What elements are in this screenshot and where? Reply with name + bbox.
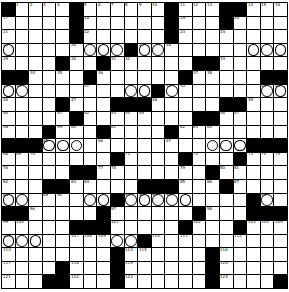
- cell-r1c12[interactable]: 10: [152, 3, 165, 16]
- cell-r20c15[interactable]: [193, 262, 206, 275]
- cell-r3c19[interactable]: [247, 30, 260, 43]
- cell-r19c12[interactable]: [152, 248, 165, 261]
- cell-r19c18[interactable]: [234, 248, 247, 261]
- cell-r10c2[interactable]: [16, 126, 29, 139]
- cell-r4c15[interactable]: [193, 44, 206, 57]
- cell-r7c9[interactable]: [111, 85, 124, 98]
- cell-r13c19[interactable]: [247, 166, 260, 179]
- cell-r9c21[interactable]: [274, 112, 287, 125]
- cell-r9c8[interactable]: [97, 112, 110, 125]
- cell-r17c13[interactable]: [165, 221, 178, 234]
- cell-r18c4[interactable]: [43, 235, 56, 248]
- cell-r14c14[interactable]: 85: [179, 180, 192, 193]
- cell-r5c4[interactable]: [43, 57, 56, 70]
- cell-r13c4[interactable]: [43, 166, 56, 179]
- cell-r13c10[interactable]: [125, 166, 138, 179]
- cell-r16c4[interactable]: [43, 207, 56, 220]
- cell-r12c5[interactable]: [56, 153, 69, 166]
- cell-r8c19[interactable]: 49: [247, 98, 260, 111]
- cell-r9c14[interactable]: [179, 112, 192, 125]
- cell-r18c18[interactable]: 112: [234, 235, 247, 248]
- cell-r1c21[interactable]: 16: [274, 3, 287, 16]
- cell-r16c13[interactable]: [165, 207, 178, 220]
- cell-r20c4[interactable]: [43, 262, 56, 275]
- cell-r18c14[interactable]: 111: [179, 235, 192, 248]
- cell-r4c2[interactable]: [16, 44, 29, 57]
- cell-r1c11[interactable]: 9: [138, 3, 151, 16]
- cell-r12c6[interactable]: [70, 153, 83, 166]
- cell-r20c17[interactable]: 120: [220, 262, 233, 275]
- cell-r3c8[interactable]: [97, 30, 110, 43]
- cell-r15c3[interactable]: [29, 194, 42, 207]
- cell-r19c17[interactable]: 116: [220, 248, 233, 261]
- cell-r12c20[interactable]: 74: [261, 153, 274, 166]
- cell-r7c6[interactable]: [70, 85, 83, 98]
- cell-r3c2[interactable]: [16, 30, 29, 43]
- cell-r1c7[interactable]: 5: [84, 3, 97, 16]
- cell-r9c10[interactable]: 54: [125, 112, 138, 125]
- cell-r6c11[interactable]: [138, 71, 151, 84]
- cell-r3c14[interactable]: 23: [179, 30, 192, 43]
- cell-r2c10[interactable]: [125, 17, 138, 30]
- cell-r4c16[interactable]: [206, 44, 219, 57]
- cell-r8c21[interactable]: [274, 98, 287, 111]
- cell-r19c6[interactable]: [70, 248, 83, 261]
- cell-r4c1[interactable]: 25: [2, 44, 15, 57]
- cell-r7c20[interactable]: 44: [261, 85, 274, 98]
- cell-r18c12[interactable]: 110: [152, 235, 165, 248]
- cell-r14c10[interactable]: [125, 180, 138, 193]
- cell-r15c15[interactable]: [193, 194, 206, 207]
- cell-r21c19[interactable]: [247, 275, 260, 288]
- cell-r2c18[interactable]: 20: [234, 17, 247, 30]
- cell-r21c7[interactable]: [84, 275, 97, 288]
- cell-r20c8[interactable]: [97, 262, 110, 275]
- cell-r10c21[interactable]: [274, 126, 287, 139]
- cell-r10c20[interactable]: [261, 126, 274, 139]
- cell-r11c17[interactable]: [220, 139, 233, 152]
- cell-r2c7[interactable]: 18: [84, 17, 97, 30]
- cell-r21c17[interactable]: 124: [220, 275, 233, 288]
- cell-r1c8[interactable]: 6: [97, 3, 110, 16]
- cell-r17c5[interactable]: [56, 221, 69, 234]
- cell-r19c10[interactable]: 114: [125, 248, 138, 261]
- cell-r5c2[interactable]: [16, 57, 29, 70]
- cell-r7c7[interactable]: 41: [84, 85, 97, 98]
- cell-r12c12[interactable]: [152, 153, 165, 166]
- cell-r9c13[interactable]: [165, 112, 178, 125]
- cell-r14c2[interactable]: [16, 180, 29, 193]
- cell-r8c20[interactable]: [261, 98, 274, 111]
- cell-r20c3[interactable]: [29, 262, 42, 275]
- cell-r6c17[interactable]: [220, 71, 233, 84]
- cell-r5c3[interactable]: [29, 57, 42, 70]
- cell-r18c7[interactable]: 108: [84, 235, 97, 248]
- cell-r21c12[interactable]: [152, 275, 165, 288]
- cell-r1c16[interactable]: 13: [206, 3, 219, 16]
- cell-r17c3[interactable]: [29, 221, 42, 234]
- cell-r18c1[interactable]: 106: [2, 235, 15, 248]
- cell-r4c19[interactable]: [247, 44, 260, 57]
- cell-r7c14[interactable]: 43: [179, 85, 192, 98]
- cell-r6c9[interactable]: [111, 71, 124, 84]
- cell-r15c14[interactable]: [179, 194, 192, 207]
- cell-r13c20[interactable]: [261, 166, 274, 179]
- cell-r4c4[interactable]: [43, 44, 56, 57]
- cell-r11c9[interactable]: [111, 139, 124, 152]
- cell-r10c10[interactable]: [125, 126, 138, 139]
- cell-r19c5[interactable]: [56, 248, 69, 261]
- cell-r20c14[interactable]: [179, 262, 192, 275]
- cell-r17c17[interactable]: [220, 221, 233, 234]
- cell-r7c5[interactable]: [56, 85, 69, 98]
- cell-r15c13[interactable]: 94: [165, 194, 178, 207]
- cell-r20c2[interactable]: [16, 262, 29, 275]
- cell-r1c19[interactable]: 14: [247, 3, 260, 16]
- cell-r6c15[interactable]: 37: [193, 71, 206, 84]
- cell-r3c4[interactable]: [43, 30, 56, 43]
- cell-r4c14[interactable]: [179, 44, 192, 57]
- cell-r21c14[interactable]: [179, 275, 192, 288]
- cell-r9c1[interactable]: 50: [2, 112, 15, 125]
- cell-r18c9[interactable]: [111, 235, 124, 248]
- cell-r10c12[interactable]: [152, 126, 165, 139]
- cell-r4c6[interactable]: 26: [70, 44, 83, 57]
- cell-r9c19[interactable]: [247, 112, 260, 125]
- cell-r10c16[interactable]: 64: [206, 126, 219, 139]
- cell-r16c7[interactable]: [84, 207, 97, 220]
- cell-r19c20[interactable]: [261, 248, 274, 261]
- cell-r17c9[interactable]: 101: [111, 221, 124, 234]
- cell-r19c14[interactable]: [179, 248, 192, 261]
- cell-r4c12[interactable]: [152, 44, 165, 57]
- cell-r12c17[interactable]: [220, 153, 233, 166]
- cell-r12c19[interactable]: 73: [247, 153, 260, 166]
- cell-r11c6[interactable]: [70, 139, 83, 152]
- cell-r14c20[interactable]: [261, 180, 274, 193]
- cell-r7c8[interactable]: [97, 85, 110, 98]
- cell-r15c11[interactable]: 92: [138, 194, 151, 207]
- cell-r19c2[interactable]: [16, 248, 29, 261]
- cell-r13c5[interactable]: [56, 166, 69, 179]
- cell-r2c5[interactable]: [56, 17, 69, 30]
- cell-r6c18[interactable]: [234, 71, 247, 84]
- cell-r4c3[interactable]: [29, 44, 42, 57]
- cell-r19c19[interactable]: [247, 248, 260, 261]
- cell-r9c7[interactable]: 52: [84, 112, 97, 125]
- cell-r12c21[interactable]: 75: [274, 153, 287, 166]
- cell-r17c2[interactable]: 100: [16, 221, 29, 234]
- cell-r15c20[interactable]: 95: [261, 194, 274, 207]
- cell-r10c15[interactable]: 63: [193, 126, 206, 139]
- cell-r5c18[interactable]: [234, 57, 247, 70]
- cell-r7c16[interactable]: [206, 85, 219, 98]
- cell-r4c8[interactable]: [97, 44, 110, 57]
- cell-r20c11[interactable]: [138, 262, 151, 275]
- cell-r20c20[interactable]: [261, 262, 274, 275]
- cell-r9c3[interactable]: [29, 112, 42, 125]
- cell-r10c14[interactable]: 62: [179, 126, 192, 139]
- cell-r21c6[interactable]: 122: [70, 275, 83, 288]
- cell-r1c5[interactable]: 4: [56, 3, 69, 16]
- cell-r1c3[interactable]: 2: [29, 3, 42, 16]
- cell-r3c11[interactable]: [138, 30, 151, 43]
- cell-r3c7[interactable]: 22: [84, 30, 97, 43]
- cell-r8c13[interactable]: [165, 98, 178, 111]
- cell-r20c19[interactable]: [247, 262, 260, 275]
- cell-r7c17[interactable]: [220, 85, 233, 98]
- cell-r20c7[interactable]: [84, 262, 97, 275]
- cell-r21c20[interactable]: [261, 275, 274, 288]
- cell-r3c12[interactable]: [152, 30, 165, 43]
- cell-r11c13[interactable]: 67: [165, 139, 178, 152]
- cell-r13c18[interactable]: 81: [234, 166, 247, 179]
- cell-r15c7[interactable]: [84, 194, 97, 207]
- cell-r11c7[interactable]: [84, 139, 97, 152]
- cell-r9c4[interactable]: [43, 112, 56, 125]
- cell-r4c5[interactable]: [56, 44, 69, 57]
- cell-r2c9[interactable]: [111, 17, 124, 30]
- cell-r4c11[interactable]: 27: [138, 44, 151, 57]
- cell-r16c17[interactable]: [220, 207, 233, 220]
- cell-r6c10[interactable]: [125, 71, 138, 84]
- cell-r8c1[interactable]: 46: [2, 98, 15, 111]
- cell-r4c9[interactable]: [111, 44, 124, 57]
- cell-r20c10[interactable]: 119: [125, 262, 138, 275]
- cell-r6c4[interactable]: [43, 71, 56, 84]
- cell-r15c18[interactable]: [234, 194, 247, 207]
- cell-r8c7[interactable]: [84, 98, 97, 111]
- cell-r2c2[interactable]: [16, 17, 29, 30]
- cell-r9c2[interactable]: [16, 112, 29, 125]
- cell-r6c8[interactable]: 36: [97, 71, 110, 84]
- cell-r17c20[interactable]: 104: [261, 221, 274, 234]
- cell-r10c1[interactable]: 58: [2, 126, 15, 139]
- cell-r3c21[interactable]: [274, 30, 287, 43]
- cell-r6c3[interactable]: 34: [29, 71, 42, 84]
- cell-r12c2[interactable]: 69: [16, 153, 29, 166]
- cell-r12c10[interactable]: 71: [125, 153, 138, 166]
- cell-r10c11[interactable]: [138, 126, 151, 139]
- cell-r21c8[interactable]: [97, 275, 110, 288]
- cell-r9c20[interactable]: [261, 112, 274, 125]
- cell-r16c6[interactable]: [70, 207, 83, 220]
- cell-r3c18[interactable]: [234, 30, 247, 43]
- cell-r7c1[interactable]: 39: [2, 85, 15, 98]
- cell-r21c1[interactable]: 121: [2, 275, 15, 288]
- cell-r8c14[interactable]: [179, 98, 192, 111]
- cell-r2c11[interactable]: [138, 17, 151, 30]
- cell-r11c16[interactable]: [206, 139, 219, 152]
- cell-r20c21[interactable]: [274, 262, 287, 275]
- cell-r1c10[interactable]: 8: [125, 3, 138, 16]
- cell-r5c17[interactable]: 33: [220, 57, 233, 70]
- cell-r9c9[interactable]: 53: [111, 112, 124, 125]
- cell-r11c12[interactable]: [152, 139, 165, 152]
- cell-r12c3[interactable]: 70: [29, 153, 42, 166]
- cell-r18c15[interactable]: [193, 235, 206, 248]
- cell-r15c21[interactable]: [274, 194, 287, 207]
- cell-r3c1[interactable]: 21: [2, 30, 15, 43]
- cell-r6c13[interactable]: [165, 71, 178, 84]
- cell-r18c13[interactable]: [165, 235, 178, 248]
- cell-r15c4[interactable]: 89: [43, 194, 56, 207]
- cell-r14c21[interactable]: [274, 180, 287, 193]
- cell-r12c7[interactable]: [84, 153, 97, 166]
- cell-r5c7[interactable]: [84, 57, 97, 70]
- cell-r2c19[interactable]: [247, 17, 260, 30]
- cell-r16c5[interactable]: [56, 207, 69, 220]
- cell-r7c21[interactable]: 45: [274, 85, 287, 98]
- cell-r11c14[interactable]: [179, 139, 192, 152]
- cell-r1c4[interactable]: 3: [43, 3, 56, 16]
- cell-r11c10[interactable]: [125, 139, 138, 152]
- cell-r14c18[interactable]: 87: [234, 180, 247, 193]
- cell-r5c20[interactable]: [261, 57, 274, 70]
- cell-r11c15[interactable]: [193, 139, 206, 152]
- cell-r6c12[interactable]: [152, 71, 165, 84]
- cell-r18c16[interactable]: [206, 235, 219, 248]
- cell-r10c6[interactable]: 60: [70, 126, 83, 139]
- cell-r20c6[interactable]: 118: [70, 262, 83, 275]
- cell-r16c3[interactable]: 96: [29, 207, 42, 220]
- cell-r18c8[interactable]: 109: [97, 235, 110, 248]
- cell-r2c8[interactable]: [97, 17, 110, 30]
- cell-r15c6[interactable]: [70, 194, 83, 207]
- cell-r17c12[interactable]: [152, 221, 165, 234]
- cell-r2c16[interactable]: [206, 17, 219, 30]
- cell-r18c6[interactable]: 107: [70, 235, 83, 248]
- cell-r2c21[interactable]: [274, 17, 287, 30]
- cell-r16c12[interactable]: [152, 207, 165, 220]
- cell-r19c21[interactable]: [274, 248, 287, 261]
- cell-r15c17[interactable]: [220, 194, 233, 207]
- cell-r18c19[interactable]: [247, 235, 260, 248]
- cell-r5c19[interactable]: [247, 57, 260, 70]
- cell-r14c3[interactable]: [29, 180, 42, 193]
- cell-r21c18[interactable]: [234, 275, 247, 288]
- cell-r1c2[interactable]: 1: [16, 3, 29, 16]
- cell-r13c15[interactable]: [193, 166, 206, 179]
- cell-r17c19[interactable]: 103: [247, 221, 260, 234]
- cell-r13c17[interactable]: 80: [220, 166, 233, 179]
- cell-r2c4[interactable]: [43, 17, 56, 30]
- cell-r7c18[interactable]: [234, 85, 247, 98]
- cell-r7c2[interactable]: 40: [16, 85, 29, 98]
- cell-r8c12[interactable]: 48: [152, 98, 165, 111]
- cell-r13c12[interactable]: [152, 166, 165, 179]
- cell-r1c20[interactable]: 15: [261, 3, 274, 16]
- cell-r18c20[interactable]: [261, 235, 274, 248]
- cell-r13c13[interactable]: [165, 166, 178, 179]
- cell-r4c13[interactable]: 28: [165, 44, 178, 57]
- cell-r15c2[interactable]: [16, 194, 29, 207]
- cell-r8c16[interactable]: [206, 98, 219, 111]
- cell-r16c10[interactable]: [125, 207, 138, 220]
- cell-r7c10[interactable]: [125, 85, 138, 98]
- cell-r21c13[interactable]: [165, 275, 178, 288]
- cell-r10c7[interactable]: [84, 126, 97, 139]
- cell-r21c3[interactable]: [29, 275, 42, 288]
- cell-r5c10[interactable]: 32: [125, 57, 138, 70]
- cell-r13c1[interactable]: 76: [2, 166, 15, 179]
- cell-r20c13[interactable]: [165, 262, 178, 275]
- cell-r13c9[interactable]: 78: [111, 166, 124, 179]
- cell-r12c13[interactable]: [165, 153, 178, 166]
- cell-r3c17[interactable]: 24: [220, 30, 233, 43]
- cell-r17c15[interactable]: 102: [193, 221, 206, 234]
- cell-r7c19[interactable]: [247, 85, 260, 98]
- cell-r14c9[interactable]: [111, 180, 124, 193]
- cell-r7c4[interactable]: [43, 85, 56, 98]
- cell-r13c21[interactable]: [274, 166, 287, 179]
- cell-r3c3[interactable]: [29, 30, 42, 43]
- cell-r8c4[interactable]: [43, 98, 56, 111]
- cell-r21c10[interactable]: 123: [125, 275, 138, 288]
- cell-r5c1[interactable]: 29: [2, 57, 15, 70]
- cell-r21c15[interactable]: [193, 275, 206, 288]
- cell-r19c4[interactable]: [43, 248, 56, 261]
- cell-r14c6[interactable]: 83: [70, 180, 83, 193]
- cell-r18c2[interactable]: [16, 235, 29, 248]
- cell-r2c12[interactable]: [152, 17, 165, 30]
- cell-r14c16[interactable]: 86: [206, 180, 219, 193]
- cell-r12c11[interactable]: [138, 153, 151, 166]
- cell-r19c8[interactable]: [97, 248, 110, 261]
- cell-r15c12[interactable]: 93: [152, 194, 165, 207]
- cell-r9c5[interactable]: 51: [56, 112, 69, 125]
- cell-r13c11[interactable]: [138, 166, 151, 179]
- cell-r7c13[interactable]: 42: [165, 85, 178, 98]
- cell-r3c15[interactable]: [193, 30, 206, 43]
- cell-r3c10[interactable]: [125, 30, 138, 43]
- cell-r10c19[interactable]: [247, 126, 260, 139]
- cell-r18c5[interactable]: [56, 235, 69, 248]
- cell-r19c13[interactable]: [165, 248, 178, 261]
- cell-r15c8[interactable]: [97, 194, 110, 207]
- cell-r17c16[interactable]: [206, 221, 219, 234]
- cell-r20c12[interactable]: [152, 262, 165, 275]
- cell-r8c6[interactable]: 47: [70, 98, 83, 111]
- cell-r9c18[interactable]: 57: [234, 112, 247, 125]
- cell-r8c2[interactable]: [16, 98, 29, 111]
- cell-r14c15[interactable]: [193, 180, 206, 193]
- cell-r16c18[interactable]: [234, 207, 247, 220]
- cell-r19c11[interactable]: 115: [138, 248, 151, 261]
- cell-r10c17[interactable]: [220, 126, 233, 139]
- cell-r5c13[interactable]: [165, 57, 178, 70]
- cell-r6c6[interactable]: [70, 71, 83, 84]
- cell-r2c1[interactable]: 17: [2, 17, 15, 30]
- cell-r1c15[interactable]: 12: [193, 3, 206, 16]
- cell-r14c7[interactable]: 84: [84, 180, 97, 193]
- cell-r16c14[interactable]: [179, 207, 192, 220]
- cell-r12c8[interactable]: [97, 153, 110, 166]
- cell-r9c12[interactable]: [152, 112, 165, 125]
- cell-r18c3[interactable]: [29, 235, 42, 248]
- cell-r12c16[interactable]: [206, 153, 219, 166]
- cell-r4c7[interactable]: [84, 44, 97, 57]
- cell-r3c5[interactable]: [56, 30, 69, 43]
- cell-r17c21[interactable]: 105: [274, 221, 287, 234]
- cell-r8c15[interactable]: [193, 98, 206, 111]
- cell-r17c1[interactable]: 99: [2, 221, 15, 234]
- cell-r13c3[interactable]: [29, 166, 42, 179]
- cell-r8c8[interactable]: [97, 98, 110, 111]
- cell-r12c4[interactable]: [43, 153, 56, 166]
- cell-r18c17[interactable]: [220, 235, 233, 248]
- cell-r4c17[interactable]: [220, 44, 233, 57]
